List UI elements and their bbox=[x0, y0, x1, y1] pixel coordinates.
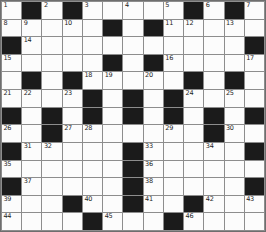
clue-number: 22 bbox=[24, 90, 32, 97]
clue-number: 43 bbox=[246, 196, 254, 203]
white-cell[interactable] bbox=[225, 161, 244, 178]
white-cell[interactable] bbox=[245, 72, 264, 89]
white-cell[interactable]: 8 bbox=[2, 20, 21, 37]
white-cell[interactable] bbox=[204, 37, 223, 54]
white-cell[interactable] bbox=[123, 55, 142, 72]
white-cell[interactable]: 39 bbox=[2, 196, 21, 213]
white-cell[interactable] bbox=[63, 143, 82, 160]
clue-number: 25 bbox=[226, 90, 234, 97]
white-cell[interactable] bbox=[164, 72, 183, 89]
white-cell[interactable] bbox=[144, 2, 163, 19]
black-cell bbox=[2, 108, 21, 125]
white-cell[interactable]: 46 bbox=[184, 213, 203, 230]
clue-number: 9 bbox=[24, 20, 28, 27]
clue-number: 31 bbox=[24, 143, 32, 150]
white-cell[interactable] bbox=[42, 20, 61, 37]
white-cell[interactable] bbox=[204, 213, 223, 230]
white-cell[interactable] bbox=[184, 143, 203, 160]
white-cell[interactable]: 20 bbox=[144, 72, 163, 89]
white-cell[interactable]: 42 bbox=[204, 196, 223, 213]
white-cell[interactable]: 7 bbox=[245, 2, 264, 19]
white-cell[interactable] bbox=[164, 143, 183, 160]
white-cell[interactable] bbox=[123, 125, 142, 142]
black-cell bbox=[204, 125, 223, 142]
clue-number: 11 bbox=[165, 20, 173, 27]
clue-number: 46 bbox=[186, 213, 194, 220]
clue-number: 6 bbox=[206, 2, 210, 9]
clue-number: 41 bbox=[145, 196, 153, 203]
white-cell[interactable]: 3 bbox=[83, 2, 102, 19]
white-cell[interactable] bbox=[144, 90, 163, 107]
black-cell bbox=[184, 72, 203, 89]
clue-number: 19 bbox=[105, 72, 113, 79]
white-cell[interactable]: 15 bbox=[2, 55, 21, 72]
white-cell[interactable] bbox=[2, 72, 21, 89]
clue-number: 32 bbox=[44, 143, 52, 150]
clue-number: 35 bbox=[4, 161, 12, 168]
white-cell[interactable] bbox=[184, 178, 203, 195]
white-cell[interactable] bbox=[42, 37, 61, 54]
black-cell bbox=[83, 213, 102, 230]
white-cell[interactable] bbox=[225, 55, 244, 72]
white-cell[interactable]: 16 bbox=[164, 55, 183, 72]
clue-number: 45 bbox=[105, 213, 113, 220]
white-cell[interactable] bbox=[184, 125, 203, 142]
white-cell[interactable]: 27 bbox=[63, 125, 82, 142]
white-cell[interactable] bbox=[103, 108, 122, 125]
black-cell bbox=[123, 196, 142, 213]
white-cell[interactable]: 44 bbox=[2, 213, 21, 230]
white-cell[interactable] bbox=[103, 2, 122, 19]
black-cell bbox=[123, 108, 142, 125]
white-cell[interactable] bbox=[225, 37, 244, 54]
white-cell[interactable]: 6 bbox=[204, 2, 223, 19]
white-cell[interactable]: 30 bbox=[225, 125, 244, 142]
white-cell[interactable] bbox=[245, 161, 264, 178]
white-cell[interactable] bbox=[225, 196, 244, 213]
clue-number: 12 bbox=[186, 20, 194, 27]
white-cell[interactable]: 40 bbox=[83, 196, 102, 213]
white-cell[interactable] bbox=[83, 55, 102, 72]
white-cell[interactable]: 26 bbox=[2, 125, 21, 142]
clue-number: 21 bbox=[4, 90, 12, 97]
white-cell[interactable] bbox=[42, 55, 61, 72]
white-cell[interactable] bbox=[164, 37, 183, 54]
black-cell bbox=[225, 2, 244, 19]
clue-number: 37 bbox=[24, 178, 32, 185]
clue-number: 18 bbox=[84, 72, 92, 79]
white-cell[interactable] bbox=[123, 37, 142, 54]
black-cell bbox=[22, 72, 41, 89]
white-cell[interactable]: 41 bbox=[144, 196, 163, 213]
white-cell[interactable]: 23 bbox=[63, 90, 82, 107]
white-cell[interactable]: 31 bbox=[22, 143, 41, 160]
clue-number: 28 bbox=[84, 125, 92, 132]
black-cell bbox=[245, 37, 264, 54]
clue-number: 14 bbox=[24, 37, 32, 44]
white-cell[interactable]: 32 bbox=[42, 143, 61, 160]
black-cell bbox=[63, 2, 82, 19]
black-cell bbox=[245, 178, 264, 195]
black-cell bbox=[164, 90, 183, 107]
white-cell[interactable]: 43 bbox=[245, 196, 264, 213]
clue-number: 23 bbox=[64, 90, 72, 97]
black-cell bbox=[204, 108, 223, 125]
white-cell[interactable] bbox=[245, 20, 264, 37]
black-cell bbox=[22, 2, 41, 19]
white-cell[interactable] bbox=[63, 178, 82, 195]
white-cell[interactable] bbox=[63, 161, 82, 178]
white-cell[interactable] bbox=[144, 108, 163, 125]
white-cell[interactable] bbox=[123, 20, 142, 37]
black-cell bbox=[144, 55, 163, 72]
black-cell bbox=[42, 125, 61, 142]
white-cell[interactable] bbox=[225, 178, 244, 195]
black-cell bbox=[245, 108, 264, 125]
white-cell[interactable] bbox=[144, 125, 163, 142]
white-cell[interactable]: 22 bbox=[22, 90, 41, 107]
clue-number: 15 bbox=[4, 55, 12, 62]
white-cell[interactable] bbox=[144, 213, 163, 230]
white-cell[interactable] bbox=[83, 143, 102, 160]
white-cell[interactable]: 24 bbox=[184, 90, 203, 107]
white-cell[interactable]: 17 bbox=[245, 55, 264, 72]
black-cell bbox=[144, 20, 163, 37]
clue-number: 17 bbox=[246, 55, 254, 62]
clue-number: 27 bbox=[64, 125, 72, 132]
white-cell[interactable] bbox=[184, 108, 203, 125]
black-cell bbox=[103, 20, 122, 37]
black-cell bbox=[83, 108, 102, 125]
white-cell[interactable] bbox=[164, 161, 183, 178]
white-cell[interactable]: 21 bbox=[2, 90, 21, 107]
black-cell bbox=[164, 108, 183, 125]
black-cell bbox=[42, 108, 61, 125]
white-cell[interactable] bbox=[42, 178, 61, 195]
white-cell[interactable] bbox=[184, 55, 203, 72]
black-cell bbox=[63, 196, 82, 213]
black-cell bbox=[2, 143, 21, 160]
white-cell[interactable] bbox=[164, 178, 183, 195]
white-cell[interactable] bbox=[103, 178, 122, 195]
white-cell[interactable]: 13 bbox=[225, 20, 244, 37]
clue-number: 8 bbox=[4, 20, 8, 27]
white-cell[interactable]: 1 bbox=[2, 2, 21, 19]
white-cell[interactable] bbox=[204, 20, 223, 37]
white-cell[interactable]: 10 bbox=[63, 20, 82, 37]
white-cell[interactable]: 9 bbox=[22, 20, 41, 37]
white-cell[interactable] bbox=[83, 20, 102, 37]
white-cell[interactable] bbox=[103, 37, 122, 54]
white-cell[interactable]: 5 bbox=[164, 2, 183, 19]
white-cell[interactable] bbox=[245, 213, 264, 230]
white-cell[interactable] bbox=[123, 213, 142, 230]
clue-number: 39 bbox=[4, 196, 12, 203]
white-cell[interactable] bbox=[83, 37, 102, 54]
clue-number: 30 bbox=[226, 125, 234, 132]
white-cell[interactable] bbox=[22, 196, 41, 213]
white-cell[interactable] bbox=[83, 161, 102, 178]
white-cell[interactable]: 11 bbox=[164, 20, 183, 37]
white-cell[interactable] bbox=[22, 125, 41, 142]
black-cell bbox=[184, 2, 203, 19]
clue-number: 33 bbox=[145, 143, 153, 150]
black-cell bbox=[63, 72, 82, 89]
white-cell[interactable]: 29 bbox=[164, 125, 183, 142]
clue-number: 40 bbox=[84, 196, 92, 203]
black-cell bbox=[123, 178, 142, 195]
black-cell bbox=[225, 72, 244, 89]
white-cell[interactable] bbox=[225, 143, 244, 160]
white-cell[interactable] bbox=[42, 72, 61, 89]
white-cell[interactable] bbox=[144, 37, 163, 54]
white-cell[interactable]: 2 bbox=[42, 2, 61, 19]
white-cell[interactable] bbox=[103, 143, 122, 160]
white-cell[interactable] bbox=[204, 90, 223, 107]
clue-number: 26 bbox=[4, 125, 12, 132]
white-cell[interactable] bbox=[204, 72, 223, 89]
clue-number: 20 bbox=[145, 72, 153, 79]
black-cell bbox=[164, 213, 183, 230]
clue-number: 24 bbox=[186, 90, 194, 97]
clue-number: 16 bbox=[165, 55, 173, 62]
white-cell[interactable] bbox=[22, 108, 41, 125]
white-cell[interactable]: 25 bbox=[225, 90, 244, 107]
clue-number: 44 bbox=[4, 213, 12, 220]
white-cell[interactable] bbox=[22, 161, 41, 178]
white-cell[interactable] bbox=[63, 37, 82, 54]
clue-number: 36 bbox=[145, 161, 153, 168]
white-cell[interactable] bbox=[184, 37, 203, 54]
clue-number: 34 bbox=[206, 143, 214, 150]
clue-number: 5 bbox=[165, 2, 169, 9]
white-cell[interactable]: 19 bbox=[103, 72, 122, 89]
white-cell[interactable] bbox=[225, 108, 244, 125]
black-cell bbox=[103, 55, 122, 72]
clue-number: 3 bbox=[84, 2, 88, 9]
clue-number: 1 bbox=[4, 2, 8, 9]
white-cell[interactable]: 37 bbox=[22, 178, 41, 195]
clue-number: 13 bbox=[226, 20, 234, 27]
clue-number: 42 bbox=[206, 196, 214, 203]
white-cell[interactable] bbox=[42, 161, 61, 178]
white-cell[interactable] bbox=[42, 213, 61, 230]
white-cell[interactable]: 45 bbox=[103, 213, 122, 230]
white-cell[interactable]: 35 bbox=[2, 161, 21, 178]
white-cell[interactable] bbox=[63, 55, 82, 72]
black-cell bbox=[245, 143, 264, 160]
black-cell bbox=[184, 196, 203, 213]
black-cell bbox=[83, 90, 102, 107]
white-cell[interactable] bbox=[184, 161, 203, 178]
black-cell bbox=[2, 178, 21, 195]
white-cell[interactable] bbox=[245, 90, 264, 107]
clue-number: 7 bbox=[246, 2, 250, 9]
crossword-grid: 1234567891011121314151617181920212223242… bbox=[0, 0, 266, 232]
white-cell[interactable] bbox=[103, 90, 122, 107]
black-cell bbox=[123, 90, 142, 107]
white-cell[interactable]: 12 bbox=[184, 20, 203, 37]
clue-number: 10 bbox=[64, 20, 72, 27]
white-cell[interactable] bbox=[63, 213, 82, 230]
white-cell[interactable] bbox=[245, 125, 264, 142]
white-cell[interactable]: 36 bbox=[144, 161, 163, 178]
clue-number: 29 bbox=[165, 125, 173, 132]
white-cell[interactable]: 28 bbox=[83, 125, 102, 142]
white-cell[interactable]: 14 bbox=[22, 37, 41, 54]
white-cell[interactable] bbox=[83, 178, 102, 195]
white-cell[interactable] bbox=[204, 55, 223, 72]
white-cell[interactable]: 4 bbox=[123, 2, 142, 19]
white-cell[interactable]: 38 bbox=[144, 178, 163, 195]
white-cell[interactable] bbox=[103, 196, 122, 213]
white-cell[interactable] bbox=[164, 196, 183, 213]
white-cell[interactable] bbox=[225, 213, 244, 230]
white-cell[interactable] bbox=[22, 213, 41, 230]
white-cell[interactable] bbox=[103, 125, 122, 142]
white-cell[interactable] bbox=[22, 55, 41, 72]
black-cell bbox=[123, 161, 142, 178]
black-cell bbox=[2, 37, 21, 54]
white-cell[interactable]: 34 bbox=[204, 143, 223, 160]
white-cell[interactable] bbox=[204, 178, 223, 195]
clue-number: 4 bbox=[125, 2, 129, 9]
white-cell[interactable] bbox=[63, 108, 82, 125]
white-cell[interactable] bbox=[204, 161, 223, 178]
black-cell bbox=[123, 143, 142, 160]
white-cell[interactable]: 18 bbox=[83, 72, 102, 89]
white-cell[interactable] bbox=[42, 196, 61, 213]
white-cell[interactable] bbox=[42, 90, 61, 107]
clue-number: 38 bbox=[145, 178, 153, 185]
white-cell[interactable]: 33 bbox=[144, 143, 163, 160]
white-cell[interactable] bbox=[123, 72, 142, 89]
white-cell[interactable] bbox=[103, 161, 122, 178]
clue-number: 2 bbox=[44, 2, 48, 9]
